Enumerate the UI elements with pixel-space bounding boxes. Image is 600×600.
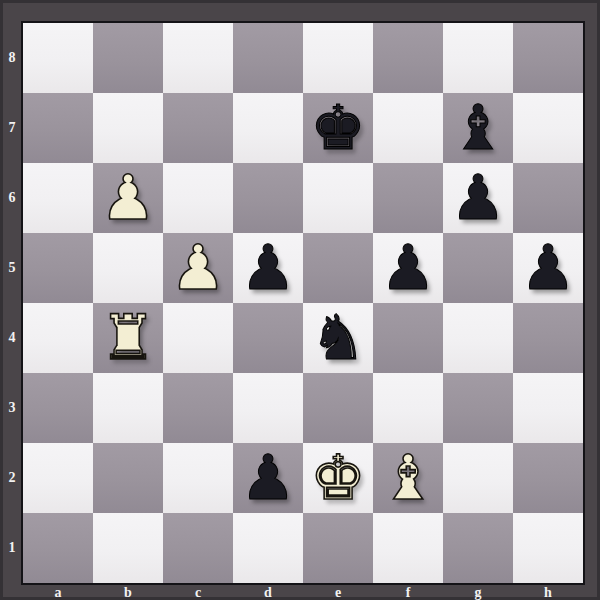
rank-labels: 87654321 <box>3 23 21 583</box>
square-e8[interactable] <box>303 23 373 93</box>
square-b2[interactable] <box>93 443 163 513</box>
file-label-h: h <box>513 584 583 600</box>
rank-label-8: 8 <box>3 23 21 93</box>
square-c6[interactable] <box>163 163 233 233</box>
square-d3[interactable] <box>233 373 303 443</box>
square-b3[interactable] <box>93 373 163 443</box>
square-b6[interactable]: ♟ <box>93 163 163 233</box>
square-f2[interactable]: ♝ <box>373 443 443 513</box>
square-d4[interactable] <box>233 303 303 373</box>
square-g5[interactable] <box>443 233 513 303</box>
square-g8[interactable] <box>443 23 513 93</box>
square-e6[interactable] <box>303 163 373 233</box>
file-label-e: e <box>303 584 373 600</box>
square-e1[interactable] <box>303 513 373 583</box>
square-a3[interactable] <box>23 373 93 443</box>
file-label-g: g <box>443 584 513 600</box>
piece-white-pawn[interactable]: ♟ <box>163 233 233 303</box>
square-b7[interactable] <box>93 93 163 163</box>
piece-black-pawn[interactable]: ♟ <box>443 163 513 233</box>
square-d1[interactable] <box>233 513 303 583</box>
square-h7[interactable] <box>513 93 583 163</box>
square-g7[interactable]: ♝ <box>443 93 513 163</box>
square-h1[interactable] <box>513 513 583 583</box>
file-label-b: b <box>93 584 163 600</box>
square-h5[interactable]: ♟ <box>513 233 583 303</box>
file-labels: abcdefgh <box>23 584 583 600</box>
piece-white-pawn[interactable]: ♟ <box>93 163 163 233</box>
square-b8[interactable] <box>93 23 163 93</box>
square-f6[interactable] <box>373 163 443 233</box>
file-label-f: f <box>373 584 443 600</box>
rank-label-3: 3 <box>3 373 21 443</box>
square-d8[interactable] <box>233 23 303 93</box>
square-g4[interactable] <box>443 303 513 373</box>
square-d7[interactable] <box>233 93 303 163</box>
square-f4[interactable] <box>373 303 443 373</box>
square-g2[interactable] <box>443 443 513 513</box>
square-c2[interactable] <box>163 443 233 513</box>
piece-black-pawn[interactable]: ♟ <box>233 233 303 303</box>
piece-white-king[interactable]: ♚ <box>303 443 373 513</box>
square-h4[interactable] <box>513 303 583 373</box>
square-a8[interactable] <box>23 23 93 93</box>
square-d2[interactable]: ♟ <box>233 443 303 513</box>
square-e7[interactable]: ♚ <box>303 93 373 163</box>
square-h6[interactable] <box>513 163 583 233</box>
square-a4[interactable] <box>23 303 93 373</box>
square-f1[interactable] <box>373 513 443 583</box>
square-h8[interactable] <box>513 23 583 93</box>
square-d5[interactable]: ♟ <box>233 233 303 303</box>
board-frame: 87654321 abcdefgh ♚♝♟♟♟♟♟♟♜♞♟♚♝ <box>0 0 600 600</box>
square-g6[interactable]: ♟ <box>443 163 513 233</box>
rank-label-4: 4 <box>3 303 21 373</box>
square-f7[interactable] <box>373 93 443 163</box>
square-f3[interactable] <box>373 373 443 443</box>
file-label-a: a <box>23 584 93 600</box>
square-g1[interactable] <box>443 513 513 583</box>
square-c4[interactable] <box>163 303 233 373</box>
square-b5[interactable] <box>93 233 163 303</box>
piece-white-rook[interactable]: ♜ <box>93 303 163 373</box>
rank-label-5: 5 <box>3 233 21 303</box>
square-h2[interactable] <box>513 443 583 513</box>
rank-label-1: 1 <box>3 513 21 583</box>
piece-black-knight[interactable]: ♞ <box>303 303 373 373</box>
rank-label-6: 6 <box>3 163 21 233</box>
piece-black-pawn[interactable]: ♟ <box>373 233 443 303</box>
square-e3[interactable] <box>303 373 373 443</box>
piece-black-king[interactable]: ♚ <box>303 93 373 163</box>
square-a6[interactable] <box>23 163 93 233</box>
square-c5[interactable]: ♟ <box>163 233 233 303</box>
square-b4[interactable]: ♜ <box>93 303 163 373</box>
square-b1[interactable] <box>93 513 163 583</box>
square-e4[interactable]: ♞ <box>303 303 373 373</box>
square-e5[interactable] <box>303 233 373 303</box>
square-c3[interactable] <box>163 373 233 443</box>
file-label-c: c <box>163 584 233 600</box>
square-a1[interactable] <box>23 513 93 583</box>
piece-black-bishop[interactable]: ♝ <box>443 93 513 163</box>
square-c1[interactable] <box>163 513 233 583</box>
square-a2[interactable] <box>23 443 93 513</box>
square-c7[interactable] <box>163 93 233 163</box>
square-f8[interactable] <box>373 23 443 93</box>
chess-board: ♚♝♟♟♟♟♟♟♜♞♟♚♝ <box>21 21 585 585</box>
square-h3[interactable] <box>513 373 583 443</box>
square-g3[interactable] <box>443 373 513 443</box>
rank-label-7: 7 <box>3 93 21 163</box>
piece-black-pawn[interactable]: ♟ <box>513 233 583 303</box>
square-f5[interactable]: ♟ <box>373 233 443 303</box>
rank-label-2: 2 <box>3 443 21 513</box>
file-label-d: d <box>233 584 303 600</box>
square-a5[interactable] <box>23 233 93 303</box>
square-e2[interactable]: ♚ <box>303 443 373 513</box>
piece-white-bishop[interactable]: ♝ <box>373 443 443 513</box>
square-c8[interactable] <box>163 23 233 93</box>
square-d6[interactable] <box>233 163 303 233</box>
piece-black-pawn[interactable]: ♟ <box>233 443 303 513</box>
square-a7[interactable] <box>23 93 93 163</box>
